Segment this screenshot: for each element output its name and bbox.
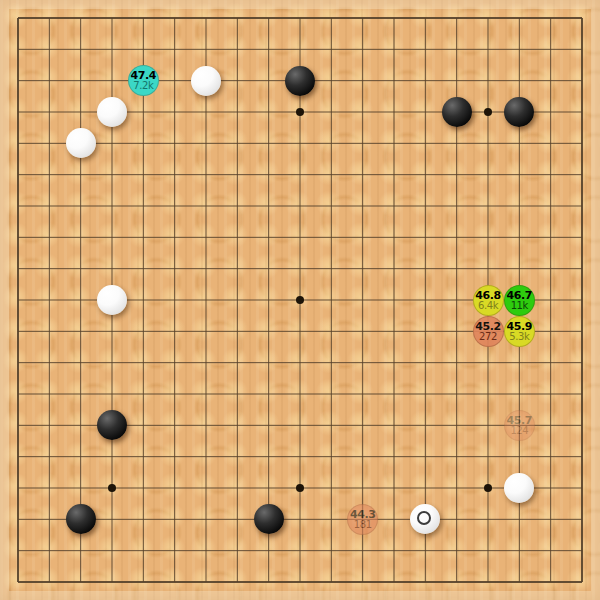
white-stone-D16 [97,97,127,127]
visits-label: 7.2k [133,81,153,91]
visits-label: 181 [354,520,372,530]
visits-label: 6.4k [478,301,498,311]
black-stone-J3 [254,504,284,534]
star-point-D4 [108,484,116,492]
black-stone-C3 [66,504,96,534]
visits-label: 5.3k [509,332,529,342]
analysis-move-E17[interactable]: 47.47.2k [128,65,159,96]
black-stone-K17 [285,66,315,96]
black-stone-P16 [442,97,472,127]
star-point-K16 [296,108,304,116]
winrate-label: 46.7 [507,290,533,301]
visits-label: 124 [510,426,528,436]
visits-label: 272 [479,332,497,342]
star-point-K10 [296,296,304,304]
analysis-move-Q10[interactable]: 46.86.4k [473,285,504,316]
star-point-K4 [296,484,304,492]
visits-label: 11k [511,301,528,311]
analysis-move-R9[interactable]: 45.95.3k [504,316,535,347]
analysis-move-Q9[interactable]: 45.2272 [473,316,504,347]
go-board[interactable]: 47.47.2k46.86.4k46.711k45.227245.95.3k45… [0,0,600,600]
star-point-Q4 [484,484,492,492]
white-stone-C15 [66,128,96,158]
go-analysis-screen: 47.47.2k46.86.4k46.711k45.227245.95.3k45… [0,0,600,600]
last-move-marker [417,511,431,525]
winrate-label: 46.8 [475,290,501,301]
white-stone-G17 [191,66,221,96]
star-point-Q16 [484,108,492,116]
analysis-move-M3[interactable]: 44.3181 [347,504,378,535]
white-stone-D10 [97,285,127,315]
analysis-move-R10[interactable]: 46.711k [504,285,535,316]
analysis-move-R6[interactable]: 45.7124 [504,410,535,441]
